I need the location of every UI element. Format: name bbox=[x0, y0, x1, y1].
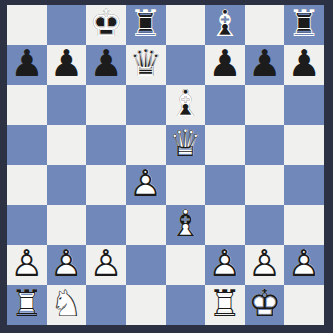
square-a2[interactable]: ♟♙ bbox=[7, 245, 47, 285]
square-a7[interactable]: ♟ bbox=[7, 45, 47, 85]
square-b7[interactable]: ♟ bbox=[47, 45, 87, 85]
square-a1[interactable]: ♜♖ bbox=[7, 285, 47, 325]
piece-glyph-fill: ♟ bbox=[10, 45, 43, 82]
square-c4[interactable] bbox=[86, 165, 126, 205]
piece-glyph-fill: ♟ bbox=[208, 45, 241, 82]
square-c7[interactable]: ♟ bbox=[86, 45, 126, 85]
piece-black-pawn[interactable]: ♟ bbox=[205, 45, 245, 85]
piece-glyph-outline: ♙ bbox=[288, 245, 321, 282]
square-f8[interactable]: ♝♗ bbox=[205, 5, 245, 45]
square-f3[interactable] bbox=[205, 205, 245, 245]
square-b8[interactable] bbox=[47, 5, 87, 45]
square-g3[interactable] bbox=[245, 205, 285, 245]
piece-glyph-outline: ♘ bbox=[50, 285, 83, 322]
piece-white-pawn[interactable]: ♟♙ bbox=[245, 245, 285, 285]
square-e2[interactable] bbox=[166, 245, 206, 285]
square-e8[interactable] bbox=[166, 5, 206, 45]
piece-glyph-outline: ♗ bbox=[169, 205, 202, 242]
piece-white-pawn[interactable]: ♟♙ bbox=[205, 245, 245, 285]
square-b2[interactable]: ♟♙ bbox=[47, 245, 87, 285]
square-h5[interactable] bbox=[284, 125, 324, 165]
square-d7[interactable]: ♛♕ bbox=[126, 45, 166, 85]
square-b6[interactable] bbox=[47, 85, 87, 125]
square-e3[interactable]: ♝♗ bbox=[166, 205, 206, 245]
square-g5[interactable] bbox=[245, 125, 285, 165]
square-f4[interactable] bbox=[205, 165, 245, 205]
piece-white-king[interactable]: ♚♔ bbox=[245, 285, 285, 325]
board-frame: ♚♔♜♖♝♗♜♖♟♟♟♛♕♟♟♟♝♗♛♕♟♙♝♗♟♙♟♙♟♙♟♙♟♙♟♙♜♖♞♘… bbox=[0, 0, 333, 333]
piece-glyph-outline: ♖ bbox=[10, 285, 43, 322]
piece-glyph-fill: ♟ bbox=[89, 45, 122, 82]
piece-glyph-outline: ♖ bbox=[288, 5, 321, 42]
piece-glyph-fill: ♟ bbox=[248, 45, 281, 82]
square-f6[interactable] bbox=[205, 85, 245, 125]
square-a5[interactable] bbox=[7, 125, 47, 165]
piece-glyph-outline: ♙ bbox=[129, 165, 162, 202]
piece-white-pawn[interactable]: ♟♙ bbox=[86, 245, 126, 285]
square-d5[interactable] bbox=[126, 125, 166, 165]
piece-white-bishop[interactable]: ♝♗ bbox=[166, 205, 206, 245]
piece-glyph-outline: ♖ bbox=[208, 285, 241, 322]
piece-black-pawn[interactable]: ♟ bbox=[47, 45, 87, 85]
piece-white-rook[interactable]: ♜♖ bbox=[205, 285, 245, 325]
piece-white-pawn[interactable]: ♟♙ bbox=[284, 245, 324, 285]
piece-black-rook[interactable]: ♜♖ bbox=[126, 5, 166, 45]
square-a3[interactable] bbox=[7, 205, 47, 245]
piece-black-queen[interactable]: ♛♕ bbox=[126, 45, 166, 85]
square-d8[interactable]: ♜♖ bbox=[126, 5, 166, 45]
piece-glyph-fill: ♟ bbox=[288, 45, 321, 82]
square-g7[interactable]: ♟ bbox=[245, 45, 285, 85]
piece-glyph-outline: ♕ bbox=[169, 125, 202, 162]
square-h3[interactable] bbox=[284, 205, 324, 245]
square-g8[interactable] bbox=[245, 5, 285, 45]
square-f7[interactable]: ♟ bbox=[205, 45, 245, 85]
piece-black-pawn[interactable]: ♟ bbox=[86, 45, 126, 85]
square-e4[interactable] bbox=[166, 165, 206, 205]
square-g1[interactable]: ♚♔ bbox=[245, 285, 285, 325]
square-d6[interactable] bbox=[126, 85, 166, 125]
square-g4[interactable] bbox=[245, 165, 285, 205]
square-e1[interactable] bbox=[166, 285, 206, 325]
piece-black-bishop[interactable]: ♝♗ bbox=[166, 85, 206, 125]
square-a6[interactable] bbox=[7, 85, 47, 125]
square-h1[interactable] bbox=[284, 285, 324, 325]
piece-white-knight[interactable]: ♞♘ bbox=[47, 285, 87, 325]
piece-black-rook[interactable]: ♜♖ bbox=[284, 5, 324, 45]
piece-black-king[interactable]: ♚♔ bbox=[86, 5, 126, 45]
square-h8[interactable]: ♜♖ bbox=[284, 5, 324, 45]
piece-black-pawn[interactable]: ♟ bbox=[284, 45, 324, 85]
square-e7[interactable] bbox=[166, 45, 206, 85]
piece-glyph-outline: ♙ bbox=[248, 245, 281, 282]
piece-glyph-outline: ♙ bbox=[208, 245, 241, 282]
piece-white-queen[interactable]: ♛♕ bbox=[166, 125, 206, 165]
square-g6[interactable] bbox=[245, 85, 285, 125]
square-b3[interactable] bbox=[47, 205, 87, 245]
square-d2[interactable] bbox=[126, 245, 166, 285]
piece-white-pawn[interactable]: ♟♙ bbox=[47, 245, 87, 285]
square-a8[interactable] bbox=[7, 5, 47, 45]
square-f5[interactable] bbox=[205, 125, 245, 165]
square-c8[interactable]: ♚♔ bbox=[86, 5, 126, 45]
piece-glyph-outline: ♗ bbox=[208, 5, 241, 42]
piece-white-pawn[interactable]: ♟♙ bbox=[126, 165, 166, 205]
piece-black-pawn[interactable]: ♟ bbox=[245, 45, 285, 85]
square-h2[interactable]: ♟♙ bbox=[284, 245, 324, 285]
square-c3[interactable] bbox=[86, 205, 126, 245]
square-h7[interactable]: ♟ bbox=[284, 45, 324, 85]
square-c5[interactable] bbox=[86, 125, 126, 165]
piece-white-pawn[interactable]: ♟♙ bbox=[7, 245, 47, 285]
piece-glyph-outline: ♙ bbox=[89, 245, 122, 282]
piece-glyph-outline: ♙ bbox=[50, 245, 83, 282]
piece-black-pawn[interactable]: ♟ bbox=[7, 45, 47, 85]
square-e6[interactable]: ♝♗ bbox=[166, 85, 206, 125]
piece-glyph-outline: ♗ bbox=[169, 85, 202, 122]
square-c2[interactable]: ♟♙ bbox=[86, 245, 126, 285]
piece-glyph-outline: ♙ bbox=[10, 245, 43, 282]
square-g2[interactable]: ♟♙ bbox=[245, 245, 285, 285]
square-h6[interactable] bbox=[284, 85, 324, 125]
piece-glyph-outline: ♕ bbox=[129, 45, 162, 82]
chess-board: ♚♔♜♖♝♗♜♖♟♟♟♛♕♟♟♟♝♗♛♕♟♙♝♗♟♙♟♙♟♙♟♙♟♙♟♙♜♖♞♘… bbox=[7, 5, 324, 325]
square-d3[interactable] bbox=[126, 205, 166, 245]
square-c1[interactable] bbox=[86, 285, 126, 325]
square-a4[interactable] bbox=[7, 165, 47, 205]
square-c6[interactable] bbox=[86, 85, 126, 125]
piece-white-rook[interactable]: ♜♖ bbox=[7, 285, 47, 325]
piece-glyph-outline: ♔ bbox=[248, 285, 281, 322]
piece-black-bishop[interactable]: ♝♗ bbox=[205, 5, 245, 45]
square-e5[interactable]: ♛♕ bbox=[166, 125, 206, 165]
square-d4[interactable]: ♟♙ bbox=[126, 165, 166, 205]
square-b1[interactable]: ♞♘ bbox=[47, 285, 87, 325]
square-f2[interactable]: ♟♙ bbox=[205, 245, 245, 285]
piece-glyph-outline: ♔ bbox=[89, 5, 122, 42]
square-h4[interactable] bbox=[284, 165, 324, 205]
piece-glyph-outline: ♖ bbox=[129, 5, 162, 42]
square-d1[interactable] bbox=[126, 285, 166, 325]
square-b5[interactable] bbox=[47, 125, 87, 165]
square-b4[interactable] bbox=[47, 165, 87, 205]
square-f1[interactable]: ♜♖ bbox=[205, 285, 245, 325]
piece-glyph-fill: ♟ bbox=[50, 45, 83, 82]
